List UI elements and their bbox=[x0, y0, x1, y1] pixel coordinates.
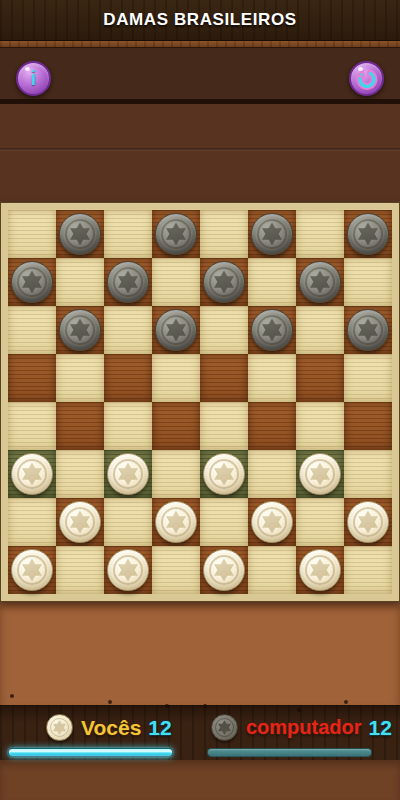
square-h5[interactable] bbox=[344, 354, 392, 402]
nail-hole bbox=[108, 700, 112, 704]
square-f8[interactable] bbox=[248, 210, 296, 258]
white-piece[interactable] bbox=[155, 501, 197, 543]
square-g7[interactable] bbox=[296, 258, 344, 306]
nail-hole bbox=[165, 704, 169, 708]
square-b3[interactable] bbox=[56, 450, 104, 498]
square-g3[interactable] bbox=[296, 450, 344, 498]
wood-planks-upper bbox=[0, 48, 400, 99]
square-d8[interactable] bbox=[152, 210, 200, 258]
white-piece[interactable] bbox=[107, 549, 149, 591]
black-piece[interactable] bbox=[59, 213, 101, 255]
black-piece[interactable] bbox=[347, 213, 389, 255]
black-piece[interactable] bbox=[251, 213, 293, 255]
square-d4[interactable] bbox=[152, 402, 200, 450]
black-piece[interactable] bbox=[11, 261, 53, 303]
square-f6[interactable] bbox=[248, 306, 296, 354]
square-e7[interactable] bbox=[200, 258, 248, 306]
white-piece[interactable] bbox=[203, 549, 245, 591]
square-b7[interactable] bbox=[56, 258, 104, 306]
black-piece[interactable] bbox=[299, 261, 341, 303]
square-g6[interactable] bbox=[296, 306, 344, 354]
player-turn-bar bbox=[8, 748, 173, 757]
black-piece[interactable] bbox=[155, 309, 197, 351]
square-g4[interactable] bbox=[296, 402, 344, 450]
game-screen: DAMAS BRASILEIROS i Vocês 12 computador … bbox=[0, 0, 400, 800]
restart-button[interactable] bbox=[349, 61, 384, 96]
black-piece[interactable] bbox=[203, 261, 245, 303]
nail-hole bbox=[344, 700, 348, 704]
square-c8[interactable] bbox=[104, 210, 152, 258]
computer-piece-count: 12 bbox=[369, 714, 392, 741]
nail-hole bbox=[10, 694, 14, 698]
square-c2[interactable] bbox=[104, 498, 152, 546]
square-g2[interactable] bbox=[296, 498, 344, 546]
square-f2[interactable] bbox=[248, 498, 296, 546]
square-g8[interactable] bbox=[296, 210, 344, 258]
square-h7[interactable] bbox=[344, 258, 392, 306]
square-c3[interactable] bbox=[104, 450, 152, 498]
square-d7[interactable] bbox=[152, 258, 200, 306]
black-piece[interactable] bbox=[155, 213, 197, 255]
info-icon: i bbox=[31, 67, 37, 88]
player-piece-count: 12 bbox=[148, 714, 171, 741]
white-piece[interactable] bbox=[59, 501, 101, 543]
white-piece[interactable] bbox=[107, 453, 149, 495]
white-piece[interactable] bbox=[251, 501, 293, 543]
square-f1[interactable] bbox=[248, 546, 296, 594]
nail-hole bbox=[297, 708, 301, 712]
square-d2[interactable] bbox=[152, 498, 200, 546]
checkers-board[interactable] bbox=[1, 203, 399, 601]
square-a2[interactable] bbox=[8, 498, 56, 546]
square-e1[interactable] bbox=[200, 546, 248, 594]
square-c6[interactable] bbox=[104, 306, 152, 354]
player-label: Vocês bbox=[81, 714, 141, 741]
square-a8[interactable] bbox=[8, 210, 56, 258]
square-c7[interactable] bbox=[104, 258, 152, 306]
square-e3[interactable] bbox=[200, 450, 248, 498]
square-a4[interactable] bbox=[8, 402, 56, 450]
wood-divider-band bbox=[0, 40, 400, 48]
white-piece[interactable] bbox=[299, 453, 341, 495]
page-title: DAMAS BRASILEIROS bbox=[0, 10, 400, 30]
wood-planks-lower bbox=[0, 601, 400, 705]
white-piece-icon bbox=[46, 714, 73, 741]
white-piece[interactable] bbox=[299, 549, 341, 591]
restart-icon bbox=[354, 66, 380, 92]
square-h2[interactable] bbox=[344, 498, 392, 546]
black-piece[interactable] bbox=[251, 309, 293, 351]
square-a7[interactable] bbox=[8, 258, 56, 306]
player-score-group: Vocês 12 bbox=[46, 714, 172, 741]
square-h8[interactable] bbox=[344, 210, 392, 258]
square-a1[interactable] bbox=[8, 546, 56, 594]
white-piece[interactable] bbox=[11, 453, 53, 495]
square-f7[interactable] bbox=[248, 258, 296, 306]
square-e4[interactable] bbox=[200, 402, 248, 450]
wood-seam bbox=[0, 148, 400, 151]
square-b8[interactable] bbox=[56, 210, 104, 258]
computer-label: computador bbox=[246, 714, 362, 741]
white-piece[interactable] bbox=[347, 501, 389, 543]
square-e6[interactable] bbox=[200, 306, 248, 354]
computer-score-group: computador 12 bbox=[211, 714, 392, 741]
square-d3[interactable] bbox=[152, 450, 200, 498]
black-piece[interactable] bbox=[107, 261, 149, 303]
square-f3[interactable] bbox=[248, 450, 296, 498]
square-d1[interactable] bbox=[152, 546, 200, 594]
square-c4[interactable] bbox=[104, 402, 152, 450]
square-g1[interactable] bbox=[296, 546, 344, 594]
wood-planks-bottom bbox=[0, 760, 400, 800]
wood-planks-mid bbox=[0, 104, 400, 203]
square-h1[interactable] bbox=[344, 546, 392, 594]
white-piece[interactable] bbox=[203, 453, 245, 495]
square-b6[interactable] bbox=[56, 306, 104, 354]
square-d5[interactable] bbox=[152, 354, 200, 402]
square-a3[interactable] bbox=[8, 450, 56, 498]
square-e8[interactable] bbox=[200, 210, 248, 258]
square-g5[interactable] bbox=[296, 354, 344, 402]
square-c5[interactable] bbox=[104, 354, 152, 402]
square-b4[interactable] bbox=[56, 402, 104, 450]
black-piece-icon bbox=[211, 714, 238, 741]
square-b1[interactable] bbox=[56, 546, 104, 594]
square-d6[interactable] bbox=[152, 306, 200, 354]
square-h4[interactable] bbox=[344, 402, 392, 450]
white-piece[interactable] bbox=[11, 549, 53, 591]
nail-hole bbox=[203, 704, 207, 708]
black-piece[interactable] bbox=[347, 309, 389, 351]
computer-turn-bar bbox=[207, 748, 372, 757]
square-f4[interactable] bbox=[248, 402, 296, 450]
info-button[interactable]: i bbox=[16, 61, 51, 96]
black-piece[interactable] bbox=[59, 309, 101, 351]
square-a6[interactable] bbox=[8, 306, 56, 354]
square-h6[interactable] bbox=[344, 306, 392, 354]
square-b5[interactable] bbox=[56, 354, 104, 402]
square-h3[interactable] bbox=[344, 450, 392, 498]
square-c1[interactable] bbox=[104, 546, 152, 594]
square-e2[interactable] bbox=[200, 498, 248, 546]
square-f5[interactable] bbox=[248, 354, 296, 402]
square-b2[interactable] bbox=[56, 498, 104, 546]
square-a5[interactable] bbox=[8, 354, 56, 402]
square-e5[interactable] bbox=[200, 354, 248, 402]
